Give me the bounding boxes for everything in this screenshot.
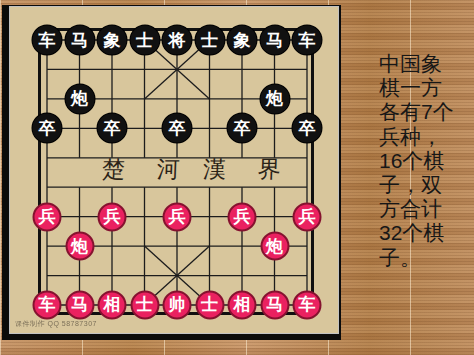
piece-red-炮[interactable]: 炮: [65, 232, 94, 261]
piece-red-兵[interactable]: 兵: [293, 202, 322, 231]
piece-red-帅[interactable]: 帅: [163, 290, 192, 319]
piece-black-象[interactable]: 象: [228, 26, 257, 55]
piece-black-士[interactable]: 士: [130, 26, 159, 55]
piece-red-车[interactable]: 车: [293, 290, 322, 319]
piece-red-相[interactable]: 相: [98, 290, 127, 319]
piece-black-马[interactable]: 马: [260, 26, 289, 55]
caption-text: 中国象 棋一方 各有7个 兵种， 16个棋 子，双 方合计 32个棋 子。: [379, 52, 473, 270]
piece-red-兵[interactable]: 兵: [33, 202, 62, 231]
piece-red-马[interactable]: 马: [260, 290, 289, 319]
piece-black-士[interactable]: 士: [195, 26, 224, 55]
piece-red-车[interactable]: 车: [33, 290, 62, 319]
piece-black-象[interactable]: 象: [98, 26, 127, 55]
piece-black-车[interactable]: 车: [33, 26, 62, 55]
piece-red-相[interactable]: 相: [228, 290, 257, 319]
piece-black-卒[interactable]: 卒: [228, 114, 257, 143]
piece-black-卒[interactable]: 卒: [163, 114, 192, 143]
piece-black-炮[interactable]: 炮: [65, 84, 94, 113]
piece-red-士[interactable]: 士: [130, 290, 159, 319]
piece-black-车[interactable]: 车: [293, 26, 322, 55]
piece-black-马[interactable]: 马: [65, 26, 94, 55]
piece-red-兵[interactable]: 兵: [228, 202, 257, 231]
watermark-text: 课件制作 QQ 58787307: [15, 319, 97, 329]
piece-black-将[interactable]: 将: [163, 26, 192, 55]
piece-black-卒[interactable]: 卒: [293, 114, 322, 143]
piece-black-炮[interactable]: 炮: [260, 84, 289, 113]
piece-black-卒[interactable]: 卒: [98, 114, 127, 143]
piece-black-卒[interactable]: 卒: [33, 114, 62, 143]
xiangqi-board[interactable]: 楚 河 漢 界 车马象士将士象马车炮炮卒卒卒卒卒兵兵兵兵兵炮炮车马相士帅士相马车…: [10, 7, 338, 333]
piece-red-炮[interactable]: 炮: [260, 232, 289, 261]
piece-red-兵[interactable]: 兵: [163, 202, 192, 231]
slide: 楚 河 漢 界 车马象士将士象马车炮炮卒卒卒卒卒兵兵兵兵兵炮炮车马相士帅士相马车…: [0, 0, 474, 355]
piece-red-兵[interactable]: 兵: [98, 202, 127, 231]
piece-red-士[interactable]: 士: [195, 290, 224, 319]
piece-red-马[interactable]: 马: [65, 290, 94, 319]
river-label-han-jie: 漢 界: [203, 156, 295, 184]
xiangqi-board-window: 楚 河 漢 界 车马象士将士象马车炮炮卒卒卒卒卒兵兵兵兵兵炮炮车马相士帅士相马车…: [2, 5, 341, 340]
river-label-chu-he: 楚 河: [102, 156, 194, 184]
